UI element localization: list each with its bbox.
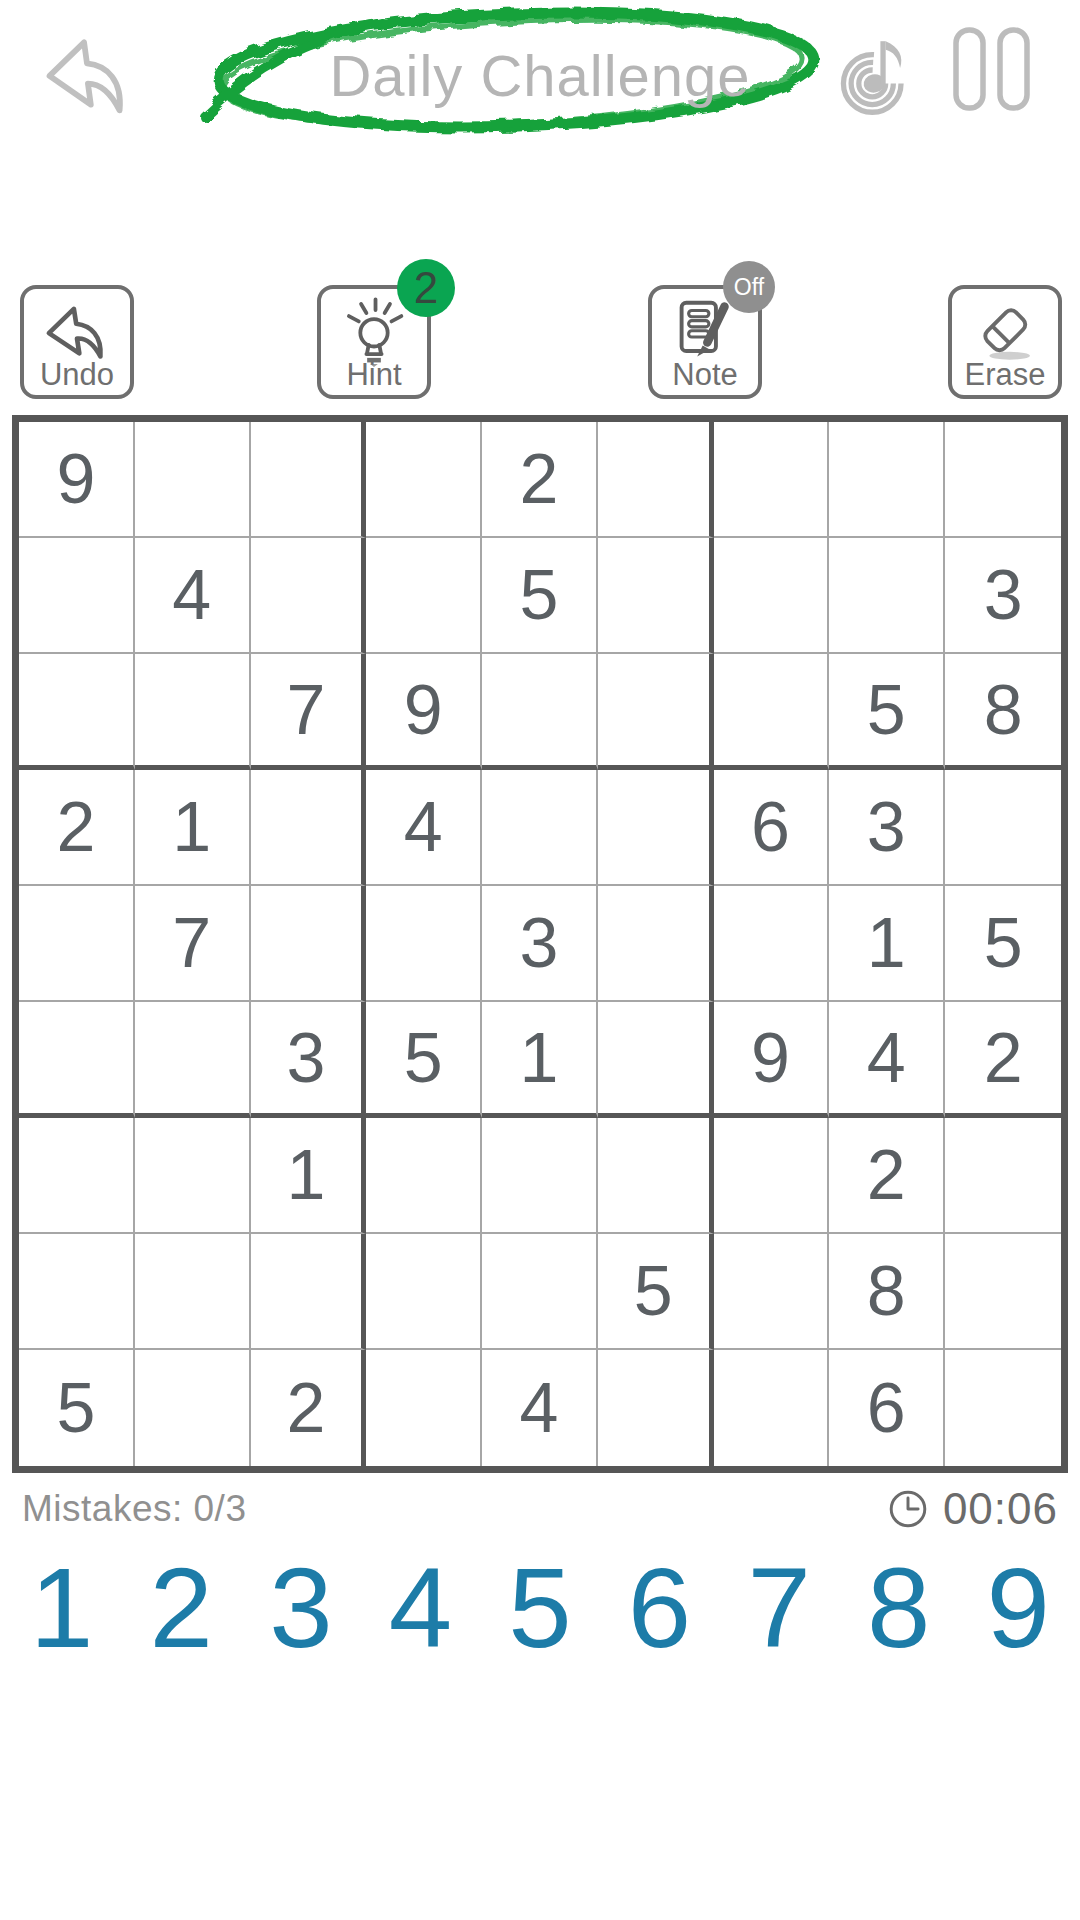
cell-r5c2[interactable]: 7 bbox=[135, 886, 251, 1002]
numpad-8[interactable]: 8 bbox=[867, 1548, 930, 1668]
cell-r4c4[interactable]: 4 bbox=[366, 770, 482, 886]
numpad-9[interactable]: 9 bbox=[987, 1548, 1050, 1668]
cell-r1c9[interactable] bbox=[945, 422, 1061, 538]
cell-r8c2[interactable] bbox=[135, 1234, 251, 1350]
cell-r1c7[interactable] bbox=[714, 422, 830, 538]
cell-r3c4[interactable]: 9 bbox=[366, 654, 482, 770]
mistakes-label: Mistakes: 0/3 bbox=[22, 1488, 246, 1530]
status-bar: Mistakes: 0/3 00:06 bbox=[22, 1482, 1058, 1536]
numpad-2[interactable]: 2 bbox=[150, 1548, 213, 1668]
cell-r9c4[interactable] bbox=[366, 1350, 482, 1466]
cell-r6c5[interactable]: 1 bbox=[482, 1002, 598, 1118]
cell-r3c1[interactable] bbox=[19, 654, 135, 770]
cell-r3c7[interactable] bbox=[714, 654, 830, 770]
cell-r5c1[interactable] bbox=[19, 886, 135, 1002]
cell-r4c6[interactable] bbox=[598, 770, 714, 886]
page-title: Daily Challenge bbox=[329, 42, 750, 109]
cell-r3c6[interactable] bbox=[598, 654, 714, 770]
cell-r7c1[interactable] bbox=[19, 1118, 135, 1234]
cell-r4c7[interactable]: 6 bbox=[714, 770, 830, 886]
top-bar: Daily Challenge bbox=[0, 0, 1080, 150]
cell-r4c1[interactable]: 2 bbox=[19, 770, 135, 886]
cell-r2c9[interactable]: 3 bbox=[945, 538, 1061, 654]
cell-r9c8[interactable]: 6 bbox=[829, 1350, 945, 1466]
cell-r6c9[interactable]: 2 bbox=[945, 1002, 1061, 1118]
cell-r7c4[interactable] bbox=[366, 1118, 482, 1234]
cell-r6c4[interactable]: 5 bbox=[366, 1002, 482, 1118]
numpad-5[interactable]: 5 bbox=[508, 1548, 571, 1668]
clock-icon bbox=[887, 1488, 929, 1530]
cell-r2c4[interactable] bbox=[366, 538, 482, 654]
cell-r7c7[interactable] bbox=[714, 1118, 830, 1234]
cell-r2c7[interactable] bbox=[714, 538, 830, 654]
cell-r7c8[interactable]: 2 bbox=[829, 1118, 945, 1234]
timer-value: 00:06 bbox=[943, 1484, 1058, 1534]
cell-r3c2[interactable] bbox=[135, 654, 251, 770]
numpad-3[interactable]: 3 bbox=[269, 1548, 332, 1668]
cell-r8c4[interactable] bbox=[366, 1234, 482, 1350]
cell-r8c5[interactable] bbox=[482, 1234, 598, 1350]
cell-r2c6[interactable] bbox=[598, 538, 714, 654]
cell-r3c8[interactable]: 5 bbox=[829, 654, 945, 770]
cell-r1c1[interactable]: 9 bbox=[19, 422, 135, 538]
cell-r2c1[interactable] bbox=[19, 538, 135, 654]
erase-label: Erase bbox=[965, 359, 1046, 390]
cell-r9c9[interactable] bbox=[945, 1350, 1061, 1466]
cell-r3c9[interactable]: 8 bbox=[945, 654, 1061, 770]
music-button[interactable] bbox=[830, 22, 926, 118]
cell-r1c4[interactable] bbox=[366, 422, 482, 538]
hint-label: Hint bbox=[346, 359, 401, 390]
sudoku-board: 92453795821463731535194212585246 bbox=[12, 415, 1068, 1473]
cell-r8c7[interactable] bbox=[714, 1234, 830, 1350]
number-pad: 123456789 bbox=[0, 1548, 1080, 1668]
cell-r5c7[interactable] bbox=[714, 886, 830, 1002]
cell-r6c6[interactable] bbox=[598, 1002, 714, 1118]
cell-r7c2[interactable] bbox=[135, 1118, 251, 1234]
cell-r9c3[interactable]: 2 bbox=[251, 1350, 367, 1466]
cell-r6c3[interactable]: 3 bbox=[251, 1002, 367, 1118]
cell-r9c5[interactable]: 4 bbox=[482, 1350, 598, 1466]
cell-r7c5[interactable] bbox=[482, 1118, 598, 1234]
cell-r1c2[interactable] bbox=[135, 422, 251, 538]
erase-button[interactable]: Erase bbox=[948, 285, 1062, 399]
cell-r5c6[interactable] bbox=[598, 886, 714, 1002]
cell-r6c2[interactable] bbox=[135, 1002, 251, 1118]
numpad-4[interactable]: 4 bbox=[389, 1548, 452, 1668]
undo-button[interactable]: Undo bbox=[20, 285, 134, 399]
hint-badge: 2 bbox=[397, 259, 455, 317]
cell-r4c3[interactable] bbox=[251, 770, 367, 886]
cell-r2c3[interactable] bbox=[251, 538, 367, 654]
cell-r7c6[interactable] bbox=[598, 1118, 714, 1234]
cell-r5c3[interactable] bbox=[251, 886, 367, 1002]
cell-r8c6[interactable]: 5 bbox=[598, 1234, 714, 1350]
note-button[interactable]: Note Off bbox=[648, 285, 762, 399]
cell-r5c4[interactable] bbox=[366, 886, 482, 1002]
numpad-7[interactable]: 7 bbox=[747, 1548, 810, 1668]
undo-label: Undo bbox=[40, 359, 114, 390]
cell-r1c3[interactable] bbox=[251, 422, 367, 538]
cell-r7c3[interactable]: 1 bbox=[251, 1118, 367, 1234]
cell-r6c8[interactable]: 4 bbox=[829, 1002, 945, 1118]
cell-r3c3[interactable]: 7 bbox=[251, 654, 367, 770]
cell-r7c9[interactable] bbox=[945, 1118, 1061, 1234]
cell-r8c8[interactable]: 8 bbox=[829, 1234, 945, 1350]
note-badge: Off bbox=[723, 261, 775, 313]
cell-r1c8[interactable] bbox=[829, 422, 945, 538]
cell-r8c9[interactable] bbox=[945, 1234, 1061, 1350]
note-label: Note bbox=[672, 359, 737, 390]
numpad-1[interactable]: 1 bbox=[30, 1548, 93, 1668]
cell-r2c2[interactable]: 4 bbox=[135, 538, 251, 654]
cell-r8c1[interactable] bbox=[19, 1234, 135, 1350]
cell-r4c5[interactable] bbox=[482, 770, 598, 886]
cell-r3c5[interactable] bbox=[482, 654, 598, 770]
cell-r9c7[interactable] bbox=[714, 1350, 830, 1466]
cell-r1c6[interactable] bbox=[598, 422, 714, 538]
cell-r1c5[interactable]: 2 bbox=[482, 422, 598, 538]
cell-r4c9[interactable] bbox=[945, 770, 1061, 886]
cell-r2c5[interactable]: 5 bbox=[482, 538, 598, 654]
cell-r5c8[interactable]: 1 bbox=[829, 886, 945, 1002]
pause-button[interactable] bbox=[944, 20, 1044, 120]
cell-r5c9[interactable]: 5 bbox=[945, 886, 1061, 1002]
cell-r9c2[interactable] bbox=[135, 1350, 251, 1466]
cell-r4c8[interactable]: 3 bbox=[829, 770, 945, 886]
cell-r6c7[interactable]: 9 bbox=[714, 1002, 830, 1118]
pause-icon bbox=[944, 20, 1044, 120]
cell-r2c8[interactable] bbox=[829, 538, 945, 654]
cell-r6c1[interactable] bbox=[19, 1002, 135, 1118]
hint-button[interactable]: Hint 2 bbox=[317, 285, 431, 399]
cell-r4c2[interactable]: 1 bbox=[135, 770, 251, 886]
cell-r9c6[interactable] bbox=[598, 1350, 714, 1466]
cell-r8c3[interactable] bbox=[251, 1234, 367, 1350]
music-note-icon bbox=[830, 22, 926, 118]
cell-r9c1[interactable]: 5 bbox=[19, 1350, 135, 1466]
cell-r5c5[interactable]: 3 bbox=[482, 886, 598, 1002]
numpad-6[interactable]: 6 bbox=[628, 1548, 691, 1668]
